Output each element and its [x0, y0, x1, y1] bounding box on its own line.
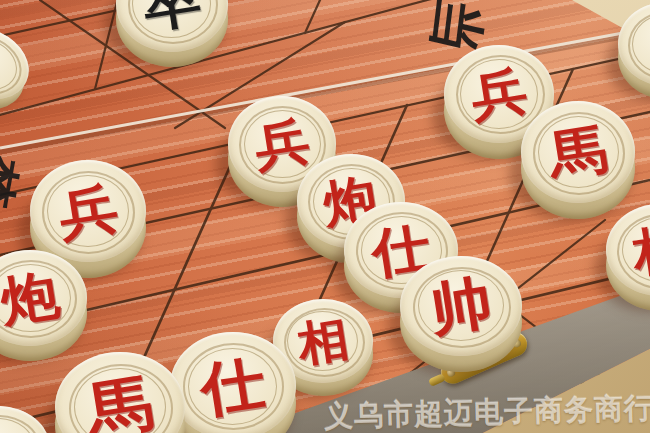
piece-character: 馬: [48, 347, 192, 433]
piece-character: 馬: [514, 97, 641, 208]
piece-red-advisor-2[interactable]: 仕: [170, 332, 296, 433]
piece-red-general[interactable]: 帅: [400, 256, 522, 372]
piece-corner-piece[interactable]: [0, 406, 50, 433]
piece-red-elephant-2[interactable]: 相: [606, 204, 650, 311]
piece-edge-piece-left[interactable]: [0, 15, 40, 123]
piece-character: 帅: [394, 251, 529, 361]
piece-red-horse-1[interactable]: 馬: [521, 101, 635, 219]
piece-edge-piece-right[interactable]: [618, 2, 650, 99]
piece-red-horse-2[interactable]: 馬: [55, 352, 185, 433]
piece-red-cannon-2[interactable]: 炮: [0, 250, 87, 361]
photo-stage: 当 楚 卒兵兵馬炮兵仕相炮帅相仕馬 义乌市超迈电子商务商行: [0, 0, 650, 433]
piece-character: 炮: [0, 245, 93, 350]
watermark-text: 义乌市超迈电子商务商行: [324, 389, 650, 433]
piece-black-soldier-1[interactable]: 卒: [116, 0, 228, 67]
